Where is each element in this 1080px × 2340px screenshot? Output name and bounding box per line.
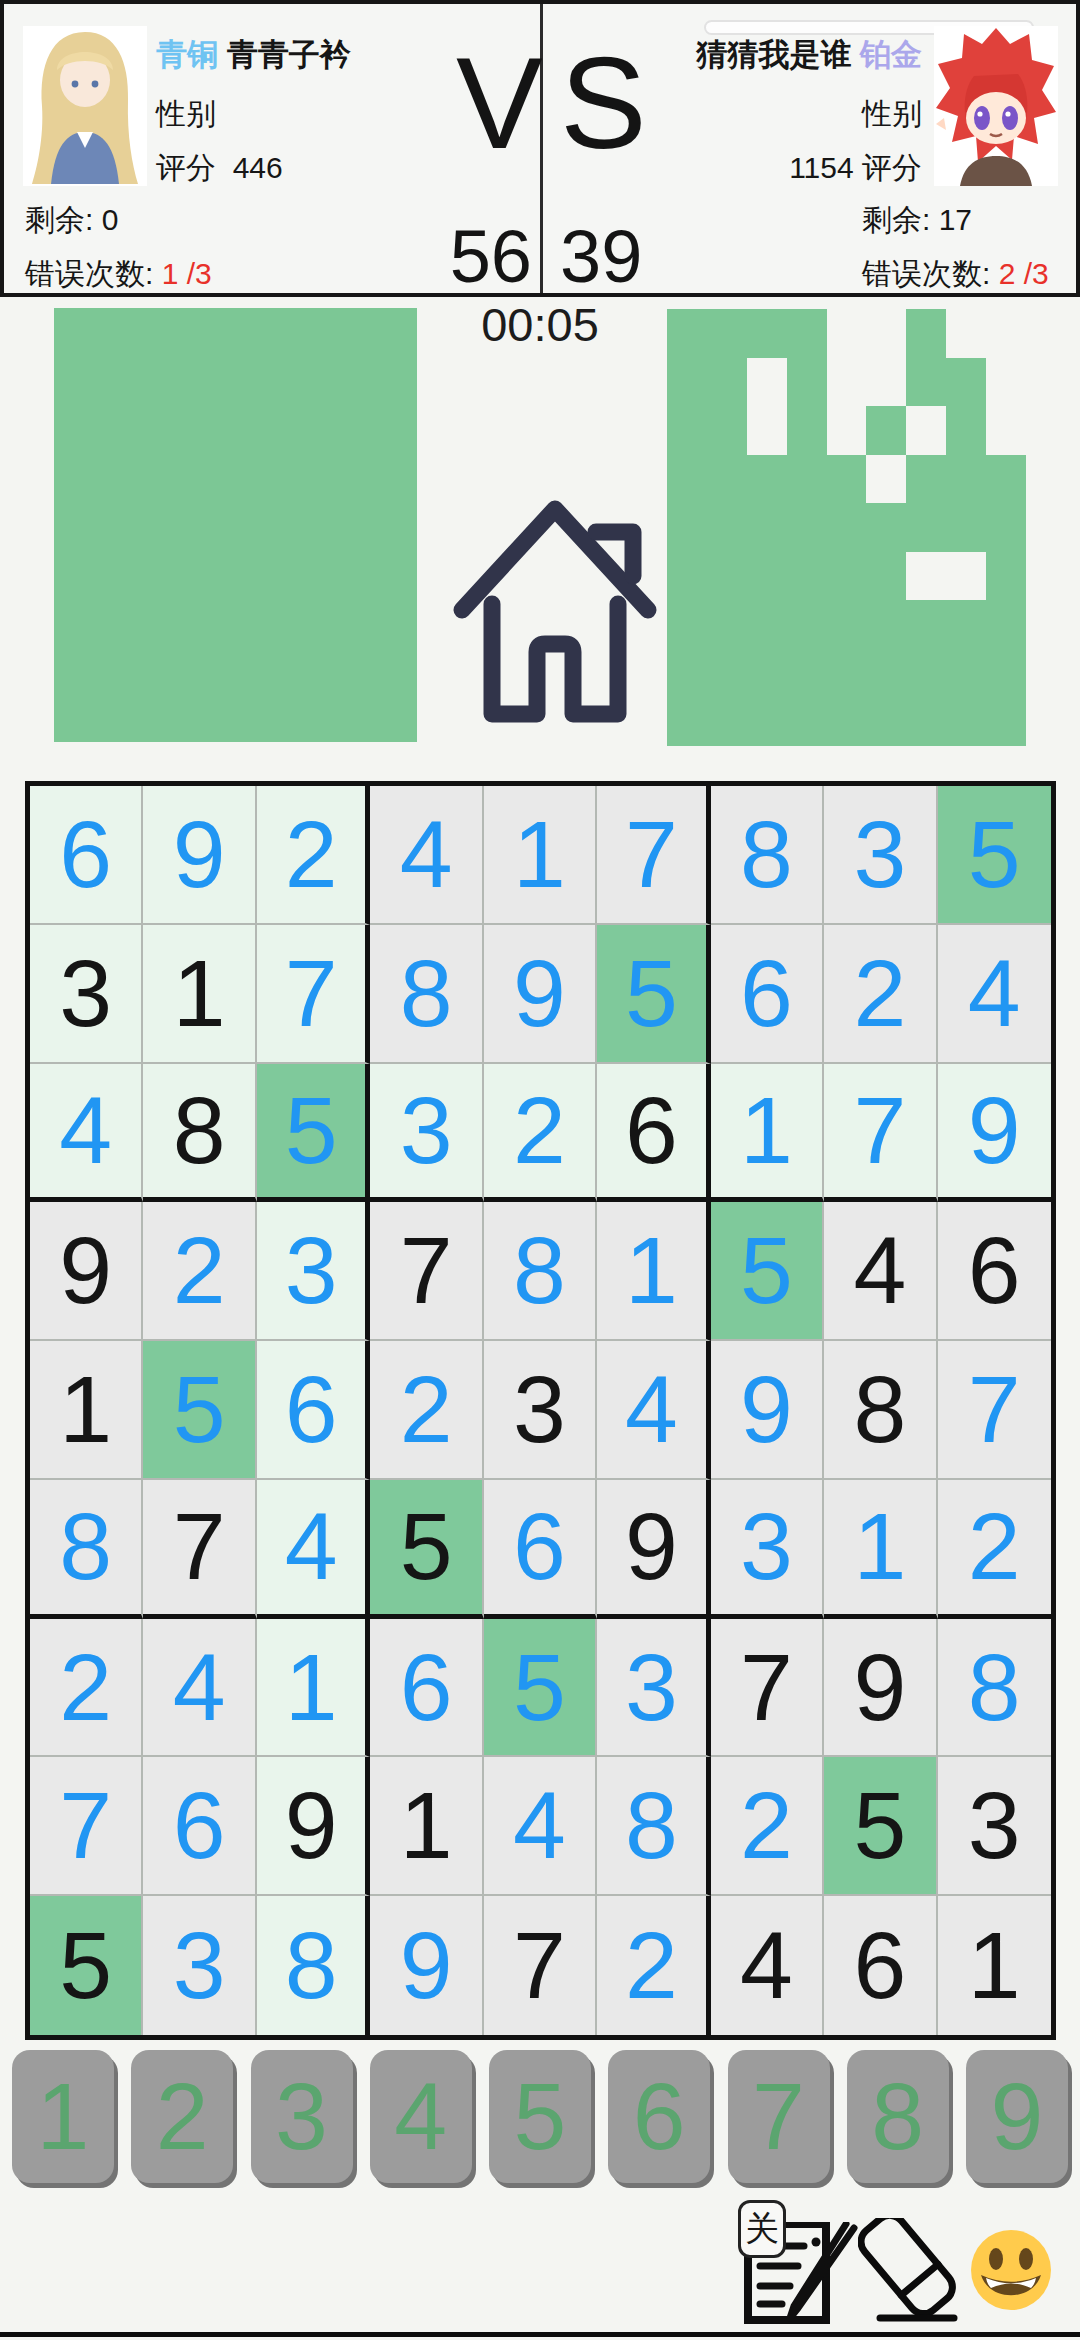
filled-digit: 1 xyxy=(513,807,566,902)
filled-digit: 9 xyxy=(740,1362,793,1457)
cell-r4c3[interactable]: 3 xyxy=(257,1202,370,1341)
player1-avatar xyxy=(23,26,147,186)
opp-map-r1c7 xyxy=(906,309,946,358)
opp-map-r2c9 xyxy=(986,358,1026,407)
opp-map-r3c3 xyxy=(747,406,787,455)
cell-r5c2[interactable]: 5 xyxy=(143,1341,256,1480)
filled-digit: 3 xyxy=(740,1499,793,1594)
opp-map-r9c9 xyxy=(986,697,1026,746)
cell-r9c6[interactable]: 2 xyxy=(597,1896,710,2035)
cell-r7c3[interactable]: 1 xyxy=(257,1619,370,1758)
cell-r9c1[interactable]: 5 xyxy=(30,1896,143,2035)
opp-map-r9c8 xyxy=(946,697,986,746)
opp-map-r9c6 xyxy=(866,697,906,746)
cell-r3c4[interactable]: 3 xyxy=(370,1064,483,1203)
cell-r9c8[interactable]: 6 xyxy=(824,1896,937,2035)
opp-map-r5c2 xyxy=(707,503,747,552)
opp-map-r2c4 xyxy=(787,358,827,407)
home-button[interactable] xyxy=(450,492,660,727)
opp-map-r6c2 xyxy=(707,552,747,601)
opp-map-r3c4 xyxy=(787,406,827,455)
opp-map-r6c6 xyxy=(866,552,906,601)
cell-r6c4[interactable]: 5 xyxy=(370,1480,483,1619)
opp-map-r1c1 xyxy=(667,309,707,358)
opp-map-r7c1 xyxy=(667,600,707,649)
opp-map-r8c5 xyxy=(827,649,867,698)
filled-digit: 8 xyxy=(625,1778,678,1873)
cell-r7c6[interactable]: 3 xyxy=(597,1619,710,1758)
filled-digit: 5 xyxy=(968,807,1021,902)
opp-map-r5c3 xyxy=(747,503,787,552)
opp-map-r1c9 xyxy=(986,309,1026,358)
opp-map-r9c2 xyxy=(707,697,747,746)
numpad-key-9[interactable]: 9 xyxy=(966,2050,1068,2183)
filled-digit: 4 xyxy=(968,946,1021,1041)
cell-r8c6[interactable]: 8 xyxy=(597,1757,710,1896)
cell-r9c9[interactable]: 1 xyxy=(938,1896,1051,2035)
eraser-button[interactable] xyxy=(858,2218,958,2324)
filled-digit: 3 xyxy=(853,807,906,902)
cell-r6c5[interactable]: 6 xyxy=(484,1480,597,1619)
given-digit: 6 xyxy=(968,1223,1021,1318)
given-digit: 8 xyxy=(173,1083,226,1178)
opp-map-r6c9 xyxy=(986,552,1026,601)
cell-r4c5[interactable]: 8 xyxy=(484,1202,597,1341)
opp-map-r3c6 xyxy=(866,406,906,455)
cell-r6c8[interactable]: 1 xyxy=(824,1480,937,1619)
opp-map-r2c7 xyxy=(906,358,946,407)
filled-digit: 7 xyxy=(968,1362,1021,1457)
filled-digit: 8 xyxy=(285,1918,338,2013)
cell-r8c8[interactable]: 5 xyxy=(824,1757,937,1896)
filled-digit: 2 xyxy=(173,1223,226,1318)
opp-map-r6c1 xyxy=(667,552,707,601)
cell-r8c5[interactable]: 4 xyxy=(484,1757,597,1896)
cell-r3c2[interactable]: 8 xyxy=(143,1064,256,1203)
opp-map-r3c2 xyxy=(707,406,747,455)
filled-digit: 5 xyxy=(173,1362,226,1457)
numpad-key-5[interactable]: 5 xyxy=(489,2050,591,2183)
cell-r6c7[interactable]: 3 xyxy=(711,1480,824,1619)
opp-map-r3c8 xyxy=(946,406,986,455)
cell-r5c9[interactable]: 7 xyxy=(938,1341,1051,1480)
given-digit: 1 xyxy=(59,1362,112,1457)
opp-map-r7c6 xyxy=(866,600,906,649)
given-digit: 7 xyxy=(740,1640,793,1735)
player2-avatar xyxy=(934,26,1058,186)
opp-map-r5c9 xyxy=(986,503,1026,552)
opp-map-r6c8 xyxy=(946,552,986,601)
opp-map-r8c2 xyxy=(707,649,747,698)
opp-map-r7c4 xyxy=(787,600,827,649)
opp-map-r1c2 xyxy=(707,309,747,358)
opp-map-r4c4 xyxy=(787,455,827,504)
player2-gender: 性别 xyxy=(862,94,922,135)
bottom-edge-line xyxy=(0,2332,1080,2337)
opp-map-r9c7 xyxy=(906,697,946,746)
opp-map-r4c8 xyxy=(946,455,986,504)
filled-digit: 2 xyxy=(625,1918,678,2013)
given-digit: 6 xyxy=(625,1083,678,1178)
emoji-button[interactable] xyxy=(969,2228,1053,2312)
numpad-key-3[interactable]: 3 xyxy=(251,2050,353,2183)
given-digit: 3 xyxy=(59,946,112,1041)
opp-map-r4c9 xyxy=(986,455,1026,504)
cell-r8c7[interactable]: 2 xyxy=(711,1757,824,1896)
player1-rank-badge: 青铜 xyxy=(156,37,218,72)
filled-digit: 7 xyxy=(625,807,678,902)
filled-digit: 6 xyxy=(285,1362,338,1457)
cell-r7c5[interactable]: 5 xyxy=(484,1619,597,1758)
cell-r7c9[interactable]: 8 xyxy=(938,1619,1051,1758)
filled-digit: 7 xyxy=(853,1083,906,1178)
filled-digit: 9 xyxy=(968,1083,1021,1178)
given-digit: 7 xyxy=(400,1223,453,1318)
filled-digit: 2 xyxy=(400,1362,453,1457)
filled-digit: 8 xyxy=(513,1223,566,1318)
notes-button[interactable]: 关 xyxy=(742,2222,864,2324)
numpad-key-2[interactable]: 2 xyxy=(131,2050,233,2183)
cell-r3c3[interactable]: 5 xyxy=(257,1064,370,1203)
player2-rating: 1154 评分 xyxy=(789,148,922,189)
opp-map-r9c1 xyxy=(667,697,707,746)
opp-map-r6c4 xyxy=(787,552,827,601)
given-digit: 9 xyxy=(59,1223,112,1318)
cell-r1c6[interactable]: 7 xyxy=(597,786,710,925)
filled-digit: 8 xyxy=(400,946,453,1041)
app-screen: 青铜 青青子衿 性别 评分 446 剩余: 0 错误次数: 1 /3 V S 5… xyxy=(0,0,1080,2340)
filled-digit: 2 xyxy=(59,1640,112,1735)
player1-score: 56 xyxy=(424,220,532,294)
match-header: 青铜 青青子衿 性别 评分 446 剩余: 0 错误次数: 1 /3 V S 5… xyxy=(0,0,1080,297)
player1-gender: 性别 xyxy=(156,94,216,135)
given-digit: 1 xyxy=(400,1778,453,1873)
cell-r8c4[interactable]: 1 xyxy=(370,1757,483,1896)
cell-r1c1[interactable]: 6 xyxy=(30,786,143,925)
cell-r9c5[interactable]: 7 xyxy=(484,1896,597,2035)
cell-r1c2[interactable]: 9 xyxy=(143,786,256,925)
filled-digit: 2 xyxy=(968,1499,1021,1594)
numpad-key-7[interactable]: 7 xyxy=(728,2050,830,2183)
opp-map-r7c8 xyxy=(946,600,986,649)
cell-r3c1[interactable]: 4 xyxy=(30,1064,143,1203)
filled-digit: 3 xyxy=(173,1918,226,2013)
cell-r6c1[interactable]: 8 xyxy=(30,1480,143,1619)
cell-r2c3[interactable]: 7 xyxy=(257,925,370,1064)
given-digit: 7 xyxy=(173,1499,226,1594)
cell-r5c3[interactable]: 6 xyxy=(257,1341,370,1480)
filled-digit: 2 xyxy=(285,807,338,902)
given-digit: 9 xyxy=(853,1640,906,1735)
filled-digit: 9 xyxy=(400,1918,453,2013)
filled-digit: 3 xyxy=(625,1640,678,1735)
cell-r5c8[interactable]: 8 xyxy=(824,1341,937,1480)
opp-map-r7c5 xyxy=(827,600,867,649)
player1-rating: 评分 446 xyxy=(156,148,283,189)
opp-map-r9c4 xyxy=(787,697,827,746)
filled-digit: 4 xyxy=(173,1640,226,1735)
filled-digit: 5 xyxy=(285,1083,338,1178)
opp-map-r4c5 xyxy=(827,455,867,504)
opp-map-r2c1 xyxy=(667,358,707,407)
cell-r1c7[interactable]: 8 xyxy=(711,786,824,925)
opp-map-r9c3 xyxy=(747,697,787,746)
filled-digit: 8 xyxy=(740,807,793,902)
cell-r2c5[interactable]: 9 xyxy=(484,925,597,1064)
cell-r1c9[interactable]: 5 xyxy=(938,786,1051,925)
cell-r2c6[interactable]: 5 xyxy=(597,925,710,1064)
cell-r7c8[interactable]: 9 xyxy=(824,1619,937,1758)
cell-r8c3[interactable]: 9 xyxy=(257,1757,370,1896)
cell-r9c7[interactable]: 4 xyxy=(711,1896,824,2035)
player1-progress-board xyxy=(54,308,417,742)
player1-remaining: 剩余: 0 xyxy=(25,200,118,241)
numpad-key-6[interactable]: 6 xyxy=(608,2050,710,2183)
cell-r5c4[interactable]: 2 xyxy=(370,1341,483,1480)
player1-name: 青青子衿 xyxy=(227,37,351,72)
given-digit: 4 xyxy=(853,1223,906,1318)
numpad-key-4[interactable]: 4 xyxy=(370,2050,472,2183)
filled-digit: 4 xyxy=(400,807,453,902)
opp-map-r7c2 xyxy=(707,600,747,649)
opp-map-r1c5 xyxy=(827,309,867,358)
opp-map-r2c8 xyxy=(946,358,986,407)
cell-r4c8[interactable]: 4 xyxy=(824,1202,937,1341)
opp-map-r3c7 xyxy=(906,406,946,455)
given-digit: 7 xyxy=(513,1918,566,2013)
cell-r6c3[interactable]: 4 xyxy=(257,1480,370,1619)
given-digit: 4 xyxy=(740,1918,793,2013)
opp-map-r4c1 xyxy=(667,455,707,504)
filled-digit: 2 xyxy=(513,1083,566,1178)
filled-digit: 9 xyxy=(513,946,566,1041)
filled-digit: 6 xyxy=(740,946,793,1041)
opp-map-r5c4 xyxy=(787,503,827,552)
cell-r5c1[interactable]: 1 xyxy=(30,1341,143,1480)
cell-r3c8[interactable]: 7 xyxy=(824,1064,937,1203)
given-digit: 5 xyxy=(59,1918,112,2013)
cell-r3c7[interactable]: 1 xyxy=(711,1064,824,1203)
sudoku-grid: 6924178353178956244853261799237815461562… xyxy=(25,781,1056,2040)
filled-digit: 8 xyxy=(968,1640,1021,1735)
player1-errors: 错误次数: 1 /3 xyxy=(25,254,212,295)
opp-map-r3c1 xyxy=(667,406,707,455)
cell-r4c2[interactable]: 2 xyxy=(143,1202,256,1341)
player2-remaining: 剩余: 17 xyxy=(862,200,972,241)
filled-digit: 1 xyxy=(285,1640,338,1735)
cell-r9c3[interactable]: 8 xyxy=(257,1896,370,2035)
filled-digit: 9 xyxy=(173,807,226,902)
cell-r7c1[interactable]: 2 xyxy=(30,1619,143,1758)
opp-map-r4c2 xyxy=(707,455,747,504)
filled-digit: 6 xyxy=(59,807,112,902)
cell-r2c2[interactable]: 1 xyxy=(143,925,256,1064)
filled-digit: 1 xyxy=(740,1083,793,1178)
vs-letter-right: S xyxy=(560,38,647,168)
opp-map-r8c8 xyxy=(946,649,986,698)
cell-r8c2[interactable]: 6 xyxy=(143,1757,256,1896)
cell-r1c5[interactable]: 1 xyxy=(484,786,597,925)
opp-map-r3c5 xyxy=(827,406,867,455)
filled-digit: 4 xyxy=(513,1778,566,1873)
cell-r7c4[interactable]: 6 xyxy=(370,1619,483,1758)
given-digit: 5 xyxy=(853,1778,906,1873)
filled-digit: 6 xyxy=(173,1778,226,1873)
numpad: 123456789 xyxy=(0,2050,1080,2187)
cell-r2c4[interactable]: 8 xyxy=(370,925,483,1064)
player2-rank-badge: 铂金 xyxy=(860,37,922,72)
cell-r3c6[interactable]: 6 xyxy=(597,1064,710,1203)
filled-digit: 1 xyxy=(625,1223,678,1318)
opp-map-r5c6 xyxy=(866,503,906,552)
opp-map-r8c9 xyxy=(986,649,1026,698)
numpad-key-1[interactable]: 1 xyxy=(12,2050,114,2183)
player2-name: 猜猜我是谁 xyxy=(696,37,851,72)
cell-r3c9[interactable]: 9 xyxy=(938,1064,1051,1203)
filled-digit: 5 xyxy=(625,946,678,1041)
filled-digit: 7 xyxy=(285,946,338,1041)
opp-map-r8c4 xyxy=(787,649,827,698)
filled-digit: 1 xyxy=(853,1499,906,1594)
opp-map-r9c5 xyxy=(827,697,867,746)
player1-name-line: 青铜 青青子衿 xyxy=(156,34,351,76)
opp-map-r7c9 xyxy=(986,600,1026,649)
filled-digit: 7 xyxy=(59,1778,112,1873)
opp-map-r8c7 xyxy=(906,649,946,698)
filled-digit: 4 xyxy=(285,1499,338,1594)
cell-r8c1[interactable]: 7 xyxy=(30,1757,143,1896)
given-digit: 8 xyxy=(853,1362,906,1457)
cell-r1c3[interactable]: 2 xyxy=(257,786,370,925)
cell-r4c1[interactable]: 9 xyxy=(30,1202,143,1341)
opp-map-r6c7 xyxy=(906,552,946,601)
opp-map-r5c8 xyxy=(946,503,986,552)
opp-map-r6c3 xyxy=(747,552,787,601)
cell-r2c7[interactable]: 6 xyxy=(711,925,824,1064)
notes-off-badge: 关 xyxy=(738,2200,786,2258)
cell-r7c7[interactable]: 7 xyxy=(711,1619,824,1758)
given-digit: 5 xyxy=(400,1499,453,1594)
cell-r2c1[interactable]: 3 xyxy=(30,925,143,1064)
cell-r1c4[interactable]: 4 xyxy=(370,786,483,925)
cell-r5c7[interactable]: 9 xyxy=(711,1341,824,1480)
filled-digit: 6 xyxy=(513,1499,566,1594)
cell-r4c4[interactable]: 7 xyxy=(370,1202,483,1341)
opp-map-r1c4 xyxy=(787,309,827,358)
filled-digit: 5 xyxy=(513,1640,566,1735)
cell-r6c9[interactable]: 2 xyxy=(938,1480,1051,1619)
player2-score: 39 xyxy=(560,220,642,294)
cell-r4c9[interactable]: 6 xyxy=(938,1202,1051,1341)
given-digit: 6 xyxy=(853,1918,906,2013)
filled-digit: 4 xyxy=(625,1362,678,1457)
opp-map-r4c6 xyxy=(866,455,906,504)
cell-r4c7[interactable]: 5 xyxy=(711,1202,824,1341)
given-digit: 1 xyxy=(173,946,226,1041)
filled-digit: 2 xyxy=(853,946,906,1041)
opponent-progress-board xyxy=(667,309,1026,746)
opp-map-r2c6 xyxy=(866,358,906,407)
cell-r2c8[interactable]: 2 xyxy=(824,925,937,1064)
opp-map-r8c1 xyxy=(667,649,707,698)
given-digit: 1 xyxy=(968,1918,1021,2013)
filled-digit: 3 xyxy=(400,1083,453,1178)
opp-map-r2c3 xyxy=(747,358,787,407)
filled-digit: 3 xyxy=(285,1223,338,1318)
opp-map-r8c3 xyxy=(747,649,787,698)
player2-name-line: 猜猜我是谁 铂金 xyxy=(696,34,922,76)
cell-r7c2[interactable]: 4 xyxy=(143,1619,256,1758)
vs-letter-left: V xyxy=(456,38,543,168)
player2-errors: 错误次数: 2 /3 xyxy=(862,254,1049,295)
opp-map-r3c9 xyxy=(986,406,1026,455)
cell-r9c4[interactable]: 9 xyxy=(370,1896,483,2035)
opp-map-r2c2 xyxy=(707,358,747,407)
opp-map-r6c5 xyxy=(827,552,867,601)
opp-map-r1c3 xyxy=(747,309,787,358)
filled-digit: 5 xyxy=(740,1223,793,1318)
numpad-key-8[interactable]: 8 xyxy=(847,2050,949,2183)
cell-r2c9[interactable]: 4 xyxy=(938,925,1051,1064)
filled-digit: 2 xyxy=(740,1778,793,1873)
given-digit: 9 xyxy=(285,1778,338,1873)
opp-map-r4c3 xyxy=(747,455,787,504)
given-digit: 9 xyxy=(625,1499,678,1594)
cell-r9c2[interactable]: 3 xyxy=(143,1896,256,2035)
opp-map-r8c6 xyxy=(866,649,906,698)
opp-map-r5c7 xyxy=(906,503,946,552)
given-digit: 3 xyxy=(968,1778,1021,1873)
opp-map-r5c1 xyxy=(667,503,707,552)
cell-r1c8[interactable]: 3 xyxy=(824,786,937,925)
filled-digit: 6 xyxy=(400,1640,453,1735)
cell-r6c6[interactable]: 9 xyxy=(597,1480,710,1619)
cell-r3c5[interactable]: 2 xyxy=(484,1064,597,1203)
cell-r5c6[interactable]: 4 xyxy=(597,1341,710,1480)
opp-map-r7c7 xyxy=(906,600,946,649)
opp-map-r4c7 xyxy=(906,455,946,504)
filled-digit: 4 xyxy=(59,1083,112,1178)
opp-map-r1c6 xyxy=(866,309,906,358)
opp-map-r1c8 xyxy=(946,309,986,358)
filled-digit: 8 xyxy=(59,1499,112,1594)
cell-r6c2[interactable]: 7 xyxy=(143,1480,256,1619)
opp-map-r5c5 xyxy=(827,503,867,552)
cell-r4c6[interactable]: 1 xyxy=(597,1202,710,1341)
opp-map-r2c5 xyxy=(827,358,867,407)
cell-r5c5[interactable]: 3 xyxy=(484,1341,597,1480)
given-digit: 3 xyxy=(513,1362,566,1457)
cell-r8c9[interactable]: 3 xyxy=(938,1757,1051,1896)
opp-map-r7c3 xyxy=(747,600,787,649)
